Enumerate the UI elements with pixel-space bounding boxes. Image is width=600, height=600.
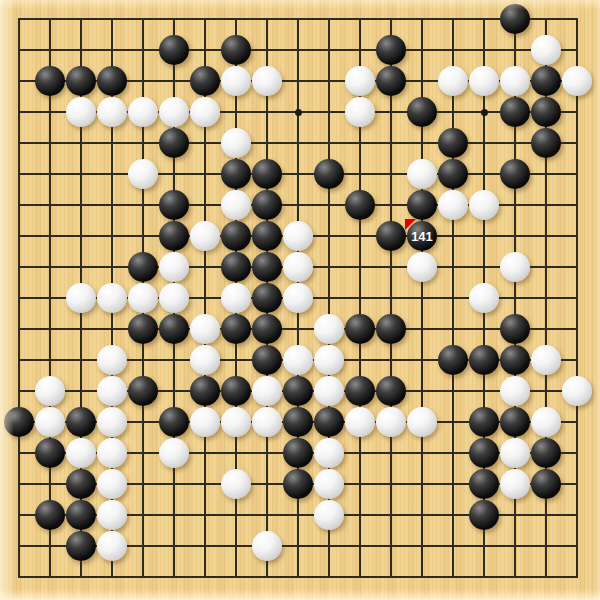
white-stone: [500, 438, 530, 468]
white-stone: [500, 66, 530, 96]
black-stone: [469, 407, 499, 437]
white-stone: [190, 314, 220, 344]
white-stone: [407, 159, 437, 189]
black-stone: [128, 376, 158, 406]
white-stone: [283, 283, 313, 313]
black-stone: [128, 252, 158, 282]
white-stone: [314, 314, 344, 344]
white-stone: [66, 283, 96, 313]
white-stone: [97, 407, 127, 437]
white-stone: [97, 345, 127, 375]
black-stone: [438, 345, 468, 375]
black-stone: [66, 531, 96, 561]
white-stone: [97, 531, 127, 561]
black-stone: [252, 221, 282, 251]
black-stone: [438, 159, 468, 189]
black-stone: [531, 469, 561, 499]
white-stone: [345, 97, 375, 127]
black-stone: [376, 376, 406, 406]
white-stone: [531, 407, 561, 437]
black-stone: [345, 190, 375, 220]
white-stone: [221, 469, 251, 499]
white-stone: [252, 376, 282, 406]
white-stone: [531, 35, 561, 65]
black-stone: [190, 376, 220, 406]
black-stone: [159, 314, 189, 344]
black-stone: [35, 438, 65, 468]
white-stone: [159, 283, 189, 313]
white-stone: [97, 438, 127, 468]
black-stone: [283, 407, 313, 437]
white-stone: [252, 407, 282, 437]
black-stone: [66, 66, 96, 96]
black-stone: [252, 252, 282, 282]
black-stone: [531, 438, 561, 468]
last-move-stone: 141: [407, 221, 437, 251]
white-stone: [469, 190, 499, 220]
black-stone: [252, 345, 282, 375]
white-stone: [438, 190, 468, 220]
go-board[interactable]: 141: [0, 0, 600, 600]
white-stone: [500, 252, 530, 282]
white-stone: [97, 97, 127, 127]
white-stone: [438, 66, 468, 96]
grid-line-vertical: [576, 18, 578, 578]
black-stone: [376, 314, 406, 344]
black-stone: [314, 159, 344, 189]
black-stone: [469, 469, 499, 499]
star-point: [481, 109, 488, 116]
black-stone: [190, 66, 220, 96]
white-stone: [128, 97, 158, 127]
grid-line-horizontal: [18, 328, 578, 330]
white-stone: [190, 345, 220, 375]
star-point: [295, 109, 302, 116]
black-stone: [66, 500, 96, 530]
white-stone: [314, 438, 344, 468]
black-stone: [283, 469, 313, 499]
white-stone: [314, 345, 344, 375]
black-stone: [469, 345, 499, 375]
black-stone: [97, 66, 127, 96]
white-stone: [345, 66, 375, 96]
white-stone: [221, 283, 251, 313]
white-stone: [221, 407, 251, 437]
black-stone: [252, 314, 282, 344]
black-stone: [159, 35, 189, 65]
white-stone: [252, 66, 282, 96]
grid-line-horizontal: [18, 576, 578, 578]
white-stone: [562, 66, 592, 96]
white-stone: [376, 407, 406, 437]
black-stone: [159, 190, 189, 220]
white-stone: [190, 221, 220, 251]
black-stone: [159, 221, 189, 251]
white-stone: [345, 407, 375, 437]
white-stone: [407, 407, 437, 437]
black-stone: [221, 159, 251, 189]
white-stone: [283, 252, 313, 282]
black-stone: [221, 35, 251, 65]
black-stone: [221, 252, 251, 282]
white-stone: [283, 345, 313, 375]
white-stone: [500, 469, 530, 499]
black-stone: [345, 376, 375, 406]
black-stone: [376, 35, 406, 65]
black-stone: [159, 407, 189, 437]
white-stone: [314, 469, 344, 499]
black-stone: [469, 500, 499, 530]
white-stone: [190, 97, 220, 127]
white-stone: [221, 128, 251, 158]
black-stone: [252, 159, 282, 189]
white-stone: [221, 190, 251, 220]
black-stone: [35, 500, 65, 530]
black-stone: [221, 314, 251, 344]
white-stone: [97, 469, 127, 499]
black-stone: [35, 66, 65, 96]
black-stone: [66, 407, 96, 437]
black-stone: [500, 345, 530, 375]
white-stone: [252, 531, 282, 561]
black-stone: [407, 97, 437, 127]
black-stone: [376, 66, 406, 96]
black-stone: [314, 407, 344, 437]
black-stone: [376, 221, 406, 251]
grid-line-vertical: [452, 18, 454, 578]
black-stone: [500, 407, 530, 437]
black-stone: [4, 407, 34, 437]
black-stone: [252, 190, 282, 220]
white-stone: [159, 438, 189, 468]
white-stone: [35, 376, 65, 406]
white-stone: [128, 159, 158, 189]
black-stone: [500, 314, 530, 344]
white-stone: [66, 97, 96, 127]
white-stone: [314, 376, 344, 406]
black-stone: [407, 190, 437, 220]
grid-line-vertical: [390, 18, 392, 578]
black-stone: [469, 438, 499, 468]
black-stone: [252, 283, 282, 313]
white-stone: [469, 66, 499, 96]
white-stone: [407, 252, 437, 282]
white-stone: [159, 97, 189, 127]
white-stone: [221, 66, 251, 96]
white-stone: [97, 376, 127, 406]
black-stone: [500, 4, 530, 34]
black-stone: [66, 469, 96, 499]
black-stone: [128, 314, 158, 344]
white-stone: [35, 407, 65, 437]
black-stone: [221, 221, 251, 251]
white-stone: [66, 438, 96, 468]
black-stone: [531, 66, 561, 96]
white-stone: [469, 283, 499, 313]
white-stone: [314, 500, 344, 530]
white-stone: [500, 376, 530, 406]
black-stone: [531, 97, 561, 127]
white-stone: [97, 500, 127, 530]
black-stone: [531, 128, 561, 158]
white-stone: [190, 407, 220, 437]
white-stone: [562, 376, 592, 406]
black-stone: [438, 128, 468, 158]
black-stone: [345, 314, 375, 344]
black-stone: [283, 438, 313, 468]
black-stone: [221, 376, 251, 406]
white-stone: [128, 283, 158, 313]
black-stone: [500, 159, 530, 189]
black-stone: [500, 97, 530, 127]
white-stone: [283, 221, 313, 251]
last-move-number: 141: [407, 221, 437, 251]
black-stone: [159, 128, 189, 158]
black-stone: [283, 376, 313, 406]
white-stone: [531, 345, 561, 375]
white-stone: [159, 252, 189, 282]
white-stone: [97, 283, 127, 313]
